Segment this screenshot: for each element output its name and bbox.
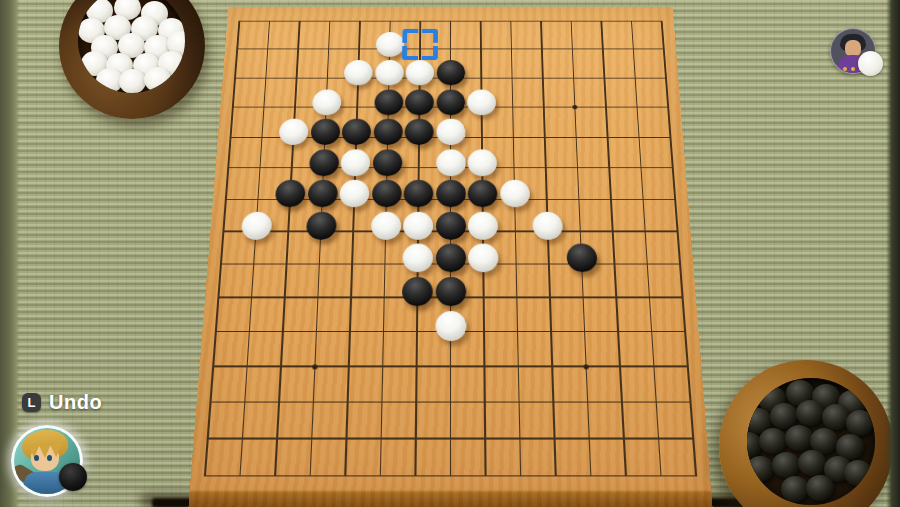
placement-cursor[interactable] xyxy=(402,29,438,60)
stone-black xyxy=(341,119,371,145)
stone-white xyxy=(370,212,400,240)
stone-black xyxy=(404,119,433,145)
stone-white xyxy=(340,149,370,176)
grid-horizontal-line xyxy=(208,438,694,439)
mii-button xyxy=(843,67,847,71)
grid-vertical-line xyxy=(601,21,627,476)
undo-label: Undo xyxy=(49,391,102,414)
stone-white xyxy=(532,212,563,240)
bowl-stone-black xyxy=(772,452,800,478)
stone-white xyxy=(405,60,434,85)
stone-black xyxy=(435,277,466,306)
cursor-corner xyxy=(422,46,438,60)
stone-black xyxy=(405,89,434,115)
stone-black xyxy=(310,119,340,145)
bowl-stone-white xyxy=(144,67,171,92)
stone-white xyxy=(402,244,433,273)
stone-black xyxy=(436,89,465,115)
mii-button xyxy=(851,67,855,71)
cursor-corner xyxy=(402,29,418,43)
cursor-corner xyxy=(402,46,418,60)
grid-vertical-line xyxy=(345,21,361,476)
bowl-stone-black xyxy=(759,428,787,454)
stone-white xyxy=(500,180,530,207)
link-eye xyxy=(47,455,52,461)
grid-vertical-line xyxy=(274,21,300,476)
bowl-stone-black xyxy=(785,425,813,451)
stone-black xyxy=(372,149,402,176)
bowl-stone-black xyxy=(796,400,824,426)
black-stone-bowl-interior xyxy=(747,378,875,505)
tatami-left-edge xyxy=(0,0,19,507)
stone-white xyxy=(468,212,498,240)
bowl-stone-black xyxy=(781,476,809,502)
game-screen: L Undo xyxy=(0,0,900,507)
stone-white xyxy=(467,89,496,115)
stone-white xyxy=(375,60,404,85)
stone-black xyxy=(402,277,433,306)
bowl-stone-black xyxy=(844,460,872,486)
bowl-stone-black xyxy=(798,450,826,476)
stone-black xyxy=(305,212,336,240)
grid-horizontal-line xyxy=(210,401,690,402)
white-stone-bowl-interior xyxy=(78,0,185,93)
stone-black xyxy=(373,119,403,145)
stone-black xyxy=(468,180,498,207)
grid-vertical-line xyxy=(631,21,662,476)
stone-white xyxy=(339,180,369,207)
grid-horizontal-line xyxy=(213,366,688,367)
link-eye xyxy=(34,455,39,461)
stone-white xyxy=(436,149,465,176)
stone-black xyxy=(308,149,338,176)
bowl-stone-black xyxy=(806,475,834,501)
stone-white xyxy=(375,32,404,57)
stone-black xyxy=(436,180,466,207)
grid-vertical-line xyxy=(239,21,270,476)
stone-black xyxy=(436,60,464,85)
stone-black xyxy=(275,180,306,207)
cursor-corner xyxy=(422,29,438,43)
grid-vertical-line xyxy=(510,21,521,476)
stone-white xyxy=(403,212,433,240)
bowl-stone-white xyxy=(119,69,146,94)
stone-black xyxy=(371,180,401,207)
l-button-icon: L xyxy=(22,393,41,412)
opponent-white-stone-badge xyxy=(858,51,883,76)
undo-control[interactable]: L Undo xyxy=(22,391,102,414)
stone-white xyxy=(278,119,308,145)
star-point xyxy=(312,364,317,369)
stone-black xyxy=(403,180,433,207)
grid-horizontal-line xyxy=(205,475,696,476)
stone-white xyxy=(344,60,373,85)
bowl-stone-black xyxy=(846,410,874,436)
goban-board[interactable] xyxy=(188,7,712,507)
bowl-stone-black xyxy=(747,456,774,482)
stone-white xyxy=(435,311,466,341)
bowl-stone-black xyxy=(770,403,798,429)
stone-white xyxy=(468,244,499,273)
player-black-stone-badge xyxy=(59,463,87,491)
star-point xyxy=(583,364,588,369)
stone-white xyxy=(436,119,465,145)
grid-vertical-line xyxy=(540,21,556,476)
stone-white xyxy=(311,89,341,115)
stone-black xyxy=(435,244,465,273)
stone-black xyxy=(374,89,403,115)
stone-white xyxy=(467,149,497,176)
stone-black xyxy=(307,180,338,207)
star-point xyxy=(572,105,577,109)
stone-white xyxy=(240,212,272,240)
stone-black xyxy=(566,244,597,273)
tatami-right-edge xyxy=(886,0,900,507)
stone-black xyxy=(435,212,465,240)
